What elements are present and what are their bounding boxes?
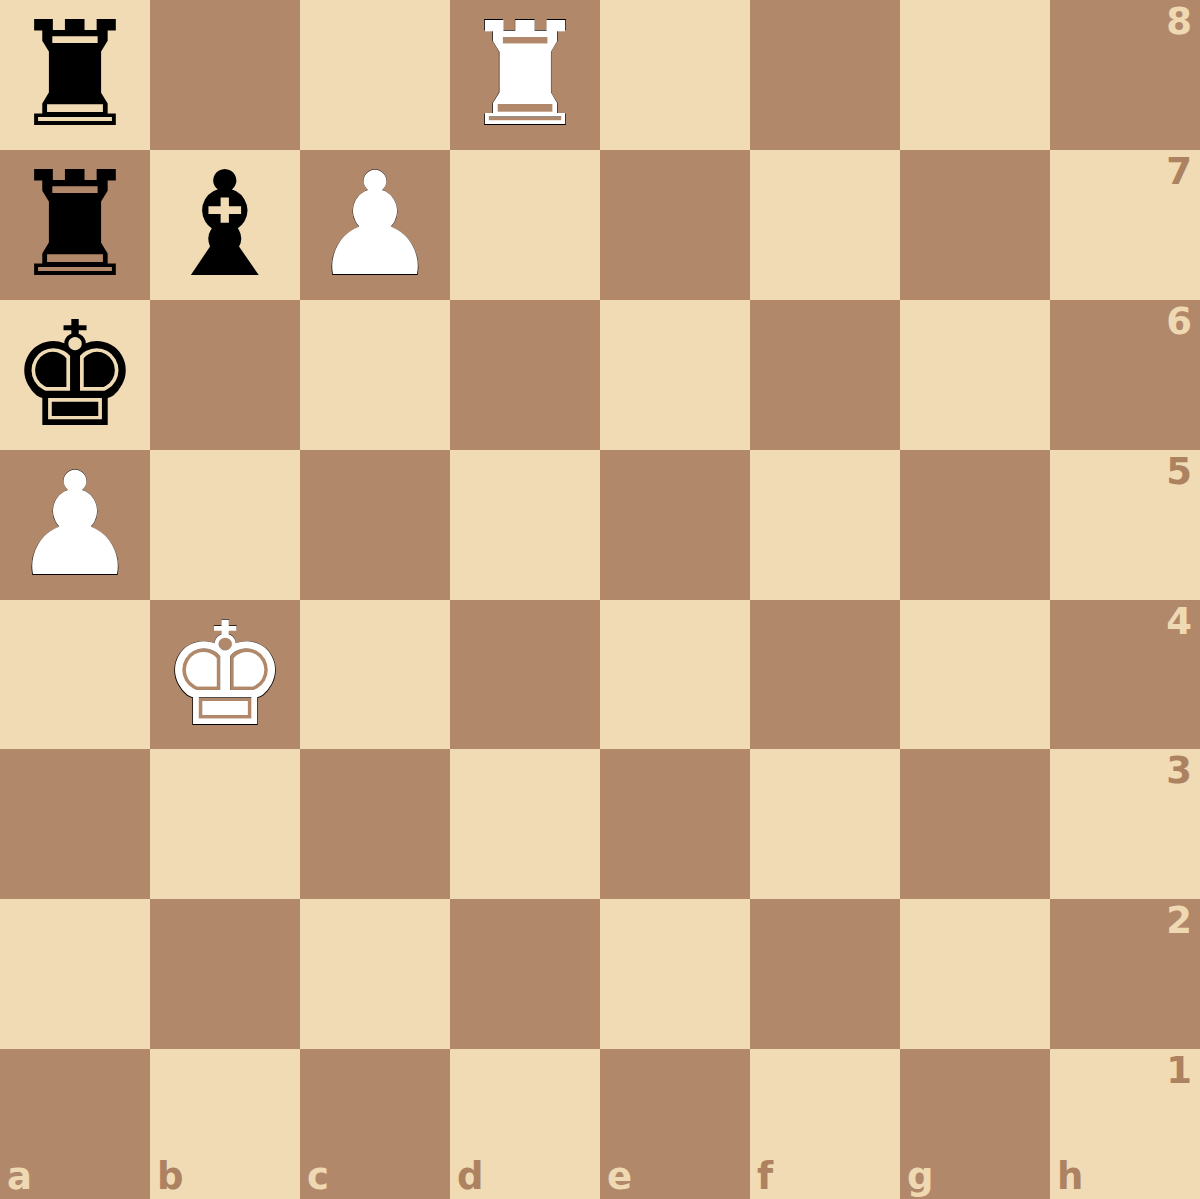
rank-label-3: 3 xyxy=(1166,752,1192,789)
square-a3[interactable] xyxy=(0,749,150,899)
square-d1[interactable]: d xyxy=(450,1049,600,1199)
file-label-e: e xyxy=(607,1158,632,1195)
square-a2[interactable] xyxy=(0,899,150,1049)
white-pawn-body: ♟ xyxy=(311,153,439,296)
rank-label-2: 2 xyxy=(1166,902,1192,939)
square-c7[interactable]: ♟♙ xyxy=(300,150,450,300)
white-rook-body: ♜ xyxy=(461,4,589,147)
white-king-body: ♚ xyxy=(161,603,289,746)
square-d5[interactable] xyxy=(450,450,600,600)
square-c6[interactable] xyxy=(300,300,450,450)
rank-label-8: 8 xyxy=(1166,3,1192,40)
square-f4[interactable] xyxy=(750,600,900,750)
square-e5[interactable] xyxy=(600,450,750,600)
square-h3[interactable]: 3 xyxy=(1050,749,1200,899)
chess-board: ♜♜♖8♜♝♟♙7♚6♟♙5♚♔432abcdefg1h xyxy=(0,0,1200,1199)
file-label-g: g xyxy=(907,1158,934,1195)
square-h8[interactable]: 8 xyxy=(1050,0,1200,150)
square-e3[interactable] xyxy=(600,749,750,899)
square-f5[interactable] xyxy=(750,450,900,600)
black-bishop[interactable]: ♝ xyxy=(160,152,290,297)
rank-label-6: 6 xyxy=(1166,303,1192,340)
square-e7[interactable] xyxy=(600,150,750,300)
square-a1[interactable]: a xyxy=(0,1049,150,1199)
square-b1[interactable]: b xyxy=(150,1049,300,1199)
square-g6[interactable] xyxy=(900,300,1050,450)
square-b7[interactable]: ♝ xyxy=(150,150,300,300)
square-h7[interactable]: 7 xyxy=(1050,150,1200,300)
square-d7[interactable] xyxy=(450,150,600,300)
square-d4[interactable] xyxy=(450,600,600,750)
white-pawn[interactable]: ♟♙ xyxy=(310,152,440,297)
square-h4[interactable]: 4 xyxy=(1050,600,1200,750)
square-b5[interactable] xyxy=(150,450,300,600)
square-f7[interactable] xyxy=(750,150,900,300)
square-d6[interactable] xyxy=(450,300,600,450)
file-label-c: c xyxy=(307,1158,329,1195)
square-d8[interactable]: ♜♖ xyxy=(450,0,600,150)
square-d3[interactable] xyxy=(450,749,600,899)
square-c5[interactable] xyxy=(300,450,450,600)
square-e4[interactable] xyxy=(600,600,750,750)
black-rook-glyph: ♜ xyxy=(10,2,140,147)
rank-label-1: 1 xyxy=(1166,1052,1192,1089)
square-b8[interactable] xyxy=(150,0,300,150)
square-g8[interactable] xyxy=(900,0,1050,150)
square-g4[interactable] xyxy=(900,600,1050,750)
square-a8[interactable]: ♜ xyxy=(0,0,150,150)
square-g2[interactable] xyxy=(900,899,1050,1049)
white-pawn[interactable]: ♟♙ xyxy=(10,452,140,597)
rank-label-7: 7 xyxy=(1166,153,1192,190)
square-c4[interactable] xyxy=(300,600,450,750)
square-b3[interactable] xyxy=(150,749,300,899)
square-e8[interactable] xyxy=(600,0,750,150)
square-h6[interactable]: 6 xyxy=(1050,300,1200,450)
black-rook-glyph: ♜ xyxy=(10,152,140,297)
white-king[interactable]: ♚♔ xyxy=(160,602,290,747)
square-f3[interactable] xyxy=(750,749,900,899)
black-king-glyph: ♚ xyxy=(10,302,140,447)
square-b6[interactable] xyxy=(150,300,300,450)
square-g7[interactable] xyxy=(900,150,1050,300)
square-g5[interactable] xyxy=(900,450,1050,600)
black-rook[interactable]: ♜ xyxy=(10,152,140,297)
square-f8[interactable] xyxy=(750,0,900,150)
square-b4[interactable]: ♚♔ xyxy=(150,600,300,750)
square-a5[interactable]: ♟♙ xyxy=(0,450,150,600)
square-a7[interactable]: ♜ xyxy=(0,150,150,300)
square-d2[interactable] xyxy=(450,899,600,1049)
white-pawn-body: ♟ xyxy=(11,453,139,596)
square-c1[interactable]: c xyxy=(300,1049,450,1199)
square-f6[interactable] xyxy=(750,300,900,450)
file-label-h: h xyxy=(1057,1158,1083,1195)
square-f1[interactable]: f xyxy=(750,1049,900,1199)
square-f2[interactable] xyxy=(750,899,900,1049)
square-g1[interactable]: g xyxy=(900,1049,1050,1199)
square-e2[interactable] xyxy=(600,899,750,1049)
square-a6[interactable]: ♚ xyxy=(0,300,150,450)
square-h5[interactable]: 5 xyxy=(1050,450,1200,600)
square-h1[interactable]: 1h xyxy=(1050,1049,1200,1199)
square-a4[interactable] xyxy=(0,600,150,750)
square-h2[interactable]: 2 xyxy=(1050,899,1200,1049)
square-e1[interactable]: e xyxy=(600,1049,750,1199)
rank-label-5: 5 xyxy=(1166,453,1192,490)
black-bishop-glyph: ♝ xyxy=(160,152,290,297)
square-b2[interactable] xyxy=(150,899,300,1049)
file-label-a: a xyxy=(7,1158,32,1195)
square-c8[interactable] xyxy=(300,0,450,150)
rank-label-4: 4 xyxy=(1166,603,1192,640)
white-rook[interactable]: ♜♖ xyxy=(460,2,590,147)
file-label-d: d xyxy=(457,1158,484,1195)
file-label-f: f xyxy=(757,1158,773,1195)
square-g3[interactable] xyxy=(900,749,1050,899)
square-c2[interactable] xyxy=(300,899,450,1049)
file-label-b: b xyxy=(157,1158,184,1195)
black-rook[interactable]: ♜ xyxy=(10,2,140,147)
square-c3[interactable] xyxy=(300,749,450,899)
square-e6[interactable] xyxy=(600,300,750,450)
black-king[interactable]: ♚ xyxy=(10,302,140,447)
